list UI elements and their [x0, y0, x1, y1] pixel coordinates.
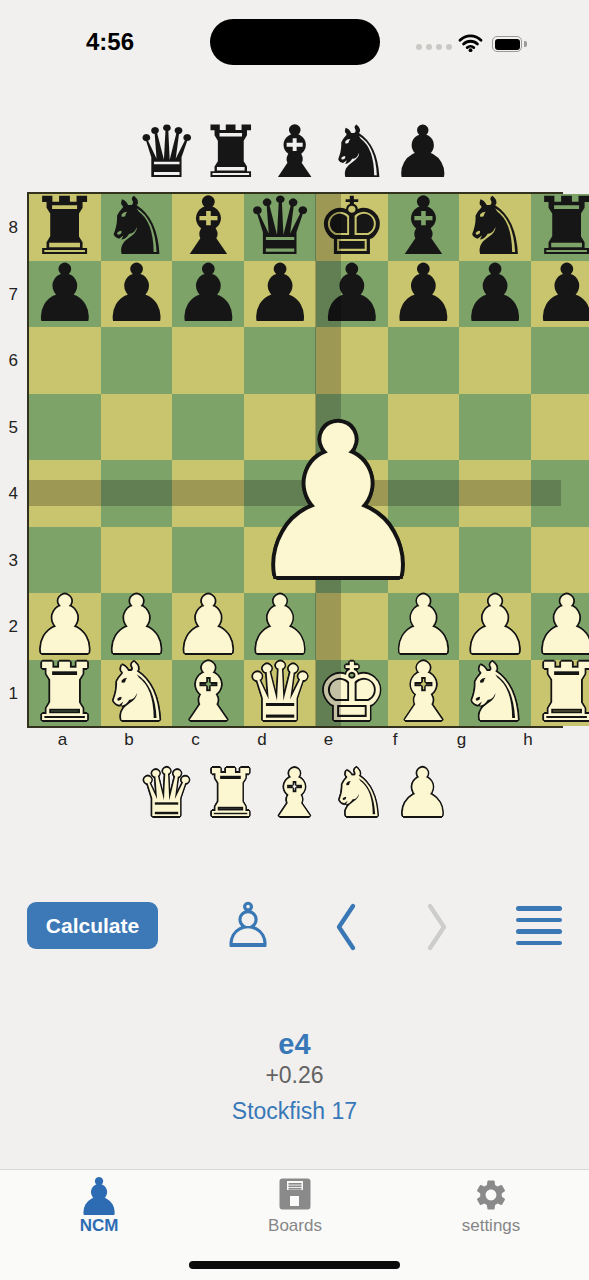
black-pawn-e7: ♟ — [316, 261, 388, 328]
square-g1[interactable]: ♞ — [459, 660, 531, 727]
black-piece-selector: ♛♜♝♞♟ — [0, 116, 589, 188]
prev-move-icon[interactable] — [332, 901, 360, 953]
square-b7[interactable]: ♟ — [101, 261, 173, 328]
evaluation-score: +0.26 — [0, 1062, 589, 1089]
square-b1[interactable]: ♞ — [101, 660, 173, 727]
black-pawn-f7: ♟ — [388, 261, 460, 328]
square-e1[interactable]: ♚ — [316, 660, 388, 727]
tab-ncm-label: NCM — [34, 1216, 164, 1236]
black-pawn-c7: ♟ — [172, 261, 244, 328]
square-d4[interactable] — [244, 460, 316, 527]
tab-settings-label: settings — [426, 1216, 556, 1236]
white-rook-a1: ♜ — [29, 660, 101, 727]
best-move-text[interactable]: e4 — [0, 1028, 589, 1061]
menu-icon[interactable] — [516, 906, 562, 945]
black-pawn-d7: ♟ — [244, 261, 316, 328]
selector-black-rook[interactable]: ♜ — [199, 116, 263, 188]
rank-label-5: 5 — [0, 394, 18, 461]
black-pawn-a7: ♟ — [29, 261, 101, 328]
rank-label-7: 7 — [0, 261, 18, 328]
selector-white-bishop[interactable]: ♝ — [263, 756, 327, 832]
white-king-e1: ♚ — [316, 660, 388, 727]
white-queen-d1: ♛ — [244, 660, 316, 727]
square-d5[interactable] — [244, 394, 316, 461]
rank-label-3: 3 — [0, 527, 18, 594]
next-move-icon[interactable] — [423, 901, 451, 953]
rank-coordinates: 87654321 — [0, 192, 22, 728]
square-e4[interactable] — [316, 460, 388, 527]
cellular-signal-icon — [416, 44, 452, 50]
controls-row: Calculate ♙ — [0, 895, 589, 959]
wifi-icon — [458, 34, 483, 52]
square-d1[interactable]: ♛ — [244, 660, 316, 727]
square-f7[interactable]: ♟ — [388, 261, 460, 328]
square-f4[interactable] — [388, 460, 460, 527]
square-g4[interactable] — [459, 460, 531, 527]
square-a7[interactable]: ♟ — [29, 261, 101, 328]
dynamic-island — [210, 19, 380, 65]
square-f1[interactable]: ♝ — [388, 660, 460, 727]
square-h4[interactable] — [531, 460, 589, 527]
tab-boards-label: Boards — [230, 1216, 360, 1236]
white-rook-h1: ♜ — [531, 660, 589, 727]
chessboard[interactable]: ♜♞♝♛♚♝♞♜♟♟♟♟♟♟♟♟♟♟♟♟♟♟♟♜♞♝♛♚♝♞♜♟ — [27, 192, 563, 728]
rank-label-1: 1 — [0, 660, 18, 727]
black-pawn-g7: ♟ — [459, 261, 531, 328]
square-b5[interactable] — [101, 394, 173, 461]
square-e7[interactable]: ♟ — [316, 261, 388, 328]
square-c1[interactable]: ♝ — [172, 660, 244, 727]
status-time: 4:56 — [55, 28, 165, 56]
tab-ncm[interactable]: ♟ NCM — [34, 1170, 164, 1236]
square-e3[interactable] — [316, 527, 388, 594]
selector-white-queen[interactable]: ♛ — [135, 756, 199, 832]
chessboard-area: 87654321 ♜♞♝♛♚♝♞♜♟♟♟♟♟♟♟♟♟♟♟♟♟♟♟♜♞♝♛♚♝♞♜… — [27, 192, 563, 728]
square-f5[interactable] — [388, 394, 460, 461]
selector-white-rook[interactable]: ♜ — [199, 756, 263, 832]
rank-label-2: 2 — [0, 593, 18, 660]
square-c5[interactable] — [172, 394, 244, 461]
rank-label-4: 4 — [0, 460, 18, 527]
square-g5[interactable] — [459, 394, 531, 461]
white-piece-selector: ♛♜♝♞♟ — [0, 756, 589, 832]
square-c7[interactable]: ♟ — [172, 261, 244, 328]
selector-black-knight[interactable]: ♞ — [327, 116, 391, 188]
square-e5[interactable] — [316, 394, 388, 461]
black-pawn-b7: ♟ — [101, 261, 173, 328]
app-screen: 4:56 ♛♜♝♞♟ 87654321 ♜♞♝♛♚♝♞♜♟♟♟♟♟♟♟♟♟♟♟♟… — [0, 0, 589, 1280]
square-a5[interactable] — [29, 394, 101, 461]
white-bishop-f1: ♝ — [388, 660, 460, 727]
square-a4[interactable] — [29, 460, 101, 527]
square-b4[interactable] — [101, 460, 173, 527]
white-bishop-c1: ♝ — [172, 660, 244, 727]
battery-icon — [492, 36, 529, 53]
calculate-button[interactable]: Calculate — [27, 902, 158, 949]
rank-label-6: 6 — [0, 327, 18, 394]
selector-white-knight[interactable]: ♞ — [327, 756, 391, 832]
square-h1[interactable]: ♜ — [531, 660, 589, 727]
gear-icon — [426, 1177, 556, 1215]
pawn-outline-icon[interactable]: ♙ — [218, 891, 278, 961]
square-d7[interactable]: ♟ — [244, 261, 316, 328]
square-h7[interactable]: ♟ — [531, 261, 589, 328]
tab-boards[interactable]: Boards — [230, 1170, 360, 1236]
square-h5[interactable] — [531, 394, 589, 461]
selector-black-queen[interactable]: ♛ — [135, 116, 199, 188]
white-knight-g1: ♞ — [459, 660, 531, 727]
home-indicator[interactable] — [189, 1261, 400, 1269]
selector-black-bishop[interactable]: ♝ — [263, 116, 327, 188]
selector-black-pawn[interactable]: ♟ — [391, 116, 455, 188]
white-knight-b1: ♞ — [101, 660, 173, 727]
black-pawn-h7: ♟ — [531, 261, 589, 328]
square-g7[interactable]: ♟ — [459, 261, 531, 328]
selector-white-pawn[interactable]: ♟ — [391, 756, 455, 832]
square-a1[interactable]: ♜ — [29, 660, 101, 727]
floppy-disk-icon — [230, 1177, 360, 1215]
square-c4[interactable] — [172, 460, 244, 527]
rank-label-8: 8 — [0, 194, 18, 261]
pawn-icon: ♟ — [34, 1177, 164, 1215]
engine-name-link[interactable]: Stockfish 17 — [0, 1098, 589, 1125]
tab-settings[interactable]: settings — [426, 1170, 556, 1236]
